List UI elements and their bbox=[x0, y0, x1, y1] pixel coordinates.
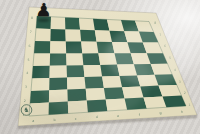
rank-label-left-3: 3 bbox=[25, 85, 27, 89]
square-a7[interactable] bbox=[35, 29, 51, 42]
rank-label-left-7: 7 bbox=[30, 30, 32, 34]
square-a6[interactable] bbox=[34, 41, 50, 54]
black-pawn-piece[interactable]: ♟ bbox=[34, 0, 53, 21]
square-e7[interactable] bbox=[95, 30, 112, 42]
rank-label-left-4: 4 bbox=[26, 71, 28, 75]
rank-label-left-6: 6 bbox=[29, 44, 31, 48]
square-c8[interactable] bbox=[65, 17, 80, 29]
file-label-h: h bbox=[181, 110, 183, 114]
square-e8[interactable] bbox=[93, 19, 110, 31]
chess-board: abcdefgh8877665544332211 ♞ bbox=[0, 0, 200, 134]
rank-label-left-8: 8 bbox=[31, 16, 33, 20]
square-c7[interactable] bbox=[65, 29, 81, 41]
rank-label-right-2: 2 bbox=[184, 91, 186, 95]
square-g1[interactable] bbox=[144, 96, 167, 108]
mat-corner-shading bbox=[15, 96, 95, 128]
rank-label-left-5: 5 bbox=[27, 58, 29, 62]
rank-label-right-8: 8 bbox=[154, 21, 156, 25]
rank-label-right-1: 1 bbox=[189, 103, 191, 107]
square-d7[interactable] bbox=[80, 30, 97, 42]
file-label-g: g bbox=[160, 111, 162, 115]
square-b7[interactable] bbox=[50, 29, 65, 42]
square-d8[interactable] bbox=[79, 18, 95, 30]
board-photo: abcdefgh8877665544332211 ♞ ♟ bbox=[0, 0, 200, 134]
rank-label-right-3: 3 bbox=[179, 80, 181, 84]
square-b8[interactable] bbox=[51, 17, 66, 30]
